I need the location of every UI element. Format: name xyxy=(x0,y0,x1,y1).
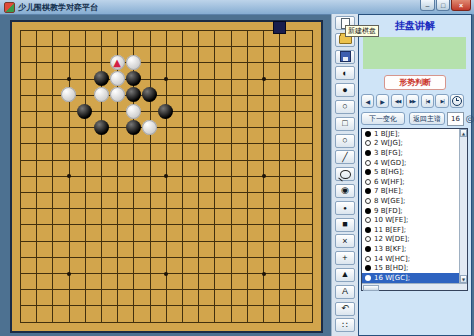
clock-icon xyxy=(452,96,462,106)
star-point xyxy=(67,174,71,178)
star-point xyxy=(67,272,71,276)
move-list-item[interactable]: 10 W[FE]; xyxy=(362,215,459,225)
circle-tool-button[interactable]: ○ xyxy=(335,134,355,148)
situation-judge-button[interactable]: 形势判断 xyxy=(384,75,446,90)
number-stone-button[interactable]: ◉ xyxy=(335,184,355,198)
close-button[interactable]: × xyxy=(451,0,471,11)
move-label: 5 B[HG]; xyxy=(374,168,404,176)
black-move-icon xyxy=(365,208,371,214)
move-label: 15 B[HD]; xyxy=(374,264,408,272)
grid-line xyxy=(20,257,313,258)
label-tool-button[interactable]: A xyxy=(335,285,355,299)
to-end-icon: ▶| xyxy=(441,98,444,104)
white-stone: ▲ xyxy=(110,55,125,70)
scroll-thumb[interactable] xyxy=(363,285,379,291)
black-stone xyxy=(126,87,141,102)
rect-tool-button[interactable]: □ xyxy=(335,117,355,131)
horizontal-scrollbar[interactable] xyxy=(362,283,467,290)
move-label: 2 W[JG]; xyxy=(374,139,403,147)
lasso-icon xyxy=(340,170,351,179)
white-move-icon xyxy=(365,160,371,166)
move-list-item[interactable]: 13 B[KF]; xyxy=(362,244,459,254)
comment-box xyxy=(363,37,466,69)
grid-line xyxy=(214,30,215,323)
black-move-icon xyxy=(365,131,371,137)
black-move-icon xyxy=(365,188,371,194)
white-stone xyxy=(61,87,76,102)
next-variation-button[interactable]: 下一变化 xyxy=(361,112,405,125)
variation-row: 下一变化 返回主谱 16 ◎ xyxy=(361,112,471,126)
fast-forward-button[interactable]: ▶▶ xyxy=(406,94,419,108)
save-floppy-icon xyxy=(340,51,351,62)
grid-line xyxy=(182,30,183,323)
line-tool-button[interactable]: ╱ xyxy=(335,150,355,164)
black-stone xyxy=(158,104,173,119)
move-list-item[interactable]: 15 B[HD]; xyxy=(362,263,459,273)
window-controls: – □ × xyxy=(419,0,471,11)
title-bar: 少儿围棋教学对弈平台 – □ × xyxy=(0,0,474,15)
move-list-item[interactable]: 1 B[JE]; xyxy=(362,129,459,139)
black-stone-button[interactable]: ● xyxy=(335,83,355,97)
move-list-item[interactable]: 8 W[GE]; xyxy=(362,196,459,206)
white-stone-icon: ○ xyxy=(342,102,347,111)
fast-back-icon: ◀◀ xyxy=(395,98,401,104)
right-panel: 挂盘讲解 形势判断 ◀▶◀◀▶▶|◀▶| 下一变化 返回主谱 16 ◎ 1 B[… xyxy=(358,14,472,336)
star-point xyxy=(262,174,266,178)
black-move-icon xyxy=(365,150,371,156)
move-list-item[interactable]: 16 W[GC]; xyxy=(362,273,459,283)
move-label: 10 W[FE]; xyxy=(374,216,408,224)
to-end-button[interactable]: ▶| xyxy=(435,94,448,108)
move-list-item[interactable]: 4 W[GD]; xyxy=(362,158,459,168)
forward-button[interactable]: ▶ xyxy=(376,94,389,108)
vertical-scrollbar[interactable]: ▲ ▼ xyxy=(459,129,467,283)
app-icon xyxy=(4,2,15,13)
black-stone xyxy=(77,104,92,119)
white-move-icon xyxy=(365,140,371,146)
plus-mark-button[interactable]: + xyxy=(335,251,355,265)
white-move-icon xyxy=(365,217,371,223)
tooltip: 新建棋盘 xyxy=(345,25,379,37)
star-point xyxy=(262,272,266,276)
grid-line xyxy=(20,305,313,306)
star-point xyxy=(164,272,168,276)
dots-grid-icon: ∷ xyxy=(342,321,348,330)
grid-line xyxy=(20,322,313,323)
setup-board-button[interactable]: ∷ xyxy=(335,318,355,332)
white-move-icon xyxy=(365,179,371,185)
white-stone-button[interactable]: ○ xyxy=(335,100,355,114)
go-board[interactable]: ▲ xyxy=(10,20,323,333)
black-square-button[interactable]: ■ xyxy=(335,218,355,232)
triangle-mark-button[interactable]: ▲ xyxy=(335,268,355,282)
minimize-button[interactable]: – xyxy=(420,0,435,11)
maximize-button[interactable]: □ xyxy=(436,0,450,11)
alternate-move-button[interactable]: ◐ xyxy=(335,66,355,80)
small-black-stone-button[interactable]: ● xyxy=(335,201,355,215)
step-back-icon: ◀ xyxy=(365,98,370,105)
star-point xyxy=(67,77,71,81)
grid-line xyxy=(312,30,313,323)
rectangle-icon: □ xyxy=(342,119,347,128)
return-main-button[interactable]: 返回主谱 xyxy=(409,112,445,125)
move-label: 3 B[FG]; xyxy=(374,149,403,157)
grid-line xyxy=(198,30,199,323)
undo-arrow-icon: ↶ xyxy=(341,304,349,313)
white-stone xyxy=(126,104,141,119)
grid-line xyxy=(295,30,296,323)
white-stone xyxy=(110,87,125,102)
toolbar: ◐●○□○╱◉●■×+▲A↶∷ xyxy=(331,14,358,336)
back-button[interactable]: ◀ xyxy=(361,94,374,108)
black-stone xyxy=(94,120,109,135)
nav-button-row: ◀▶◀◀▶▶|◀▶| xyxy=(361,94,471,109)
star-point xyxy=(164,174,168,178)
star-point xyxy=(164,77,168,81)
cross-mark-button[interactable]: × xyxy=(335,234,355,248)
circle-icon: ○ xyxy=(342,136,347,145)
move-label: 8 W[GE]; xyxy=(374,197,405,205)
timer-button[interactable] xyxy=(450,94,463,108)
plus-icon: + xyxy=(342,254,347,263)
grid-line xyxy=(247,30,248,323)
black-move-icon xyxy=(365,265,371,271)
to-start-icon: |◀ xyxy=(426,98,429,104)
move-list-item[interactable]: 6 W[HF]; xyxy=(362,177,459,187)
fast-back-button[interactable]: ◀◀ xyxy=(391,94,404,108)
move-label: 9 B[FD]; xyxy=(374,207,403,215)
move-list: 1 B[JE];2 W[JG];3 B[FG];4 W[GD];5 B[HG];… xyxy=(361,128,468,291)
grid-line xyxy=(231,30,232,323)
move-label: 4 W[GD]; xyxy=(374,159,406,167)
black-square-marker xyxy=(273,21,286,34)
white-move-icon xyxy=(365,256,371,262)
target-button[interactable]: ◎ xyxy=(464,112,474,125)
letter-a-icon: A xyxy=(342,287,348,296)
move-list-item[interactable]: 2 W[JG]; xyxy=(362,139,459,149)
to-start-button[interactable]: |◀ xyxy=(421,94,434,108)
move-label: 1 B[JE]; xyxy=(374,130,400,138)
fast-forward-icon: ▶▶ xyxy=(410,98,416,104)
window-title: 少儿围棋教学对弈平台 xyxy=(18,2,98,13)
move-list-item[interactable]: 7 B[HE]; xyxy=(362,187,459,197)
star-point xyxy=(262,77,266,81)
move-counter: 16 xyxy=(447,112,464,126)
white-move-icon xyxy=(365,198,371,204)
white-stone xyxy=(94,87,109,102)
white-stone xyxy=(126,55,141,70)
scroll-up-icon[interactable]: ▲ xyxy=(460,129,467,137)
move-list-item[interactable]: 5 B[HG]; xyxy=(362,167,459,177)
move-label: 7 B[HE]; xyxy=(374,187,403,195)
move-list-item[interactable]: 3 B[FG]; xyxy=(362,148,459,158)
undo-button[interactable]: ↶ xyxy=(335,302,355,316)
grid-line xyxy=(20,192,313,193)
move-label: 13 B[KF]; xyxy=(374,245,406,253)
white-stone xyxy=(142,120,157,135)
move-label: 12 W[DE]; xyxy=(374,235,410,243)
grid-line xyxy=(20,241,313,242)
grid-line xyxy=(20,289,313,290)
black-square-icon: ■ xyxy=(342,220,347,229)
save-board-button[interactable] xyxy=(335,50,355,64)
move-label: 6 W[HF]; xyxy=(374,178,405,186)
last-move-triangle-icon: ▲ xyxy=(110,55,125,70)
move-label: 11 B[EF]; xyxy=(374,226,406,234)
lasso-tool-button[interactable] xyxy=(335,167,355,181)
grid-line xyxy=(20,224,313,225)
black-stone xyxy=(94,71,109,86)
black-stone xyxy=(126,71,141,86)
move-label: 14 W[HC]; xyxy=(374,255,410,263)
half-stone-icon: ◐ xyxy=(342,69,347,78)
app-window: 少儿围棋教学对弈平台 – □ × ▲ ◐●○□○╱◉●■×+▲A↶∷ 挂盘讲解 … xyxy=(0,0,474,336)
black-stone-icon: ● xyxy=(342,86,347,95)
numbered-stone-icon: ◉ xyxy=(341,186,349,195)
move-list-item[interactable]: 9 B[FD]; xyxy=(362,206,459,216)
white-move-icon xyxy=(365,236,371,242)
move-list-item[interactable]: 14 W[HC]; xyxy=(362,254,459,264)
small-stone-icon: ● xyxy=(343,205,347,211)
black-stone xyxy=(126,120,141,135)
move-list-item[interactable]: 11 B[EF]; xyxy=(362,225,459,235)
grid-line xyxy=(20,208,313,209)
move-list-item[interactable]: 12 W[DE]; xyxy=(362,235,459,245)
black-stone xyxy=(142,87,157,102)
white-stone xyxy=(110,71,125,86)
step-forward-icon: ▶ xyxy=(380,98,385,105)
scroll-down-icon[interactable]: ▼ xyxy=(460,275,467,283)
move-label: 16 W[GC]; xyxy=(374,274,410,282)
triangle-icon: ▲ xyxy=(341,270,350,279)
cross-icon: × xyxy=(342,237,347,246)
move-rows: 1 B[JE];2 W[JG];3 B[FG];4 W[GD];5 B[HG];… xyxy=(362,129,459,283)
black-move-icon xyxy=(365,169,371,175)
black-move-icon xyxy=(365,246,371,252)
grid-line xyxy=(279,30,280,323)
white-move-icon xyxy=(365,275,371,281)
line-icon: ╱ xyxy=(342,153,347,162)
black-move-icon xyxy=(365,227,371,233)
